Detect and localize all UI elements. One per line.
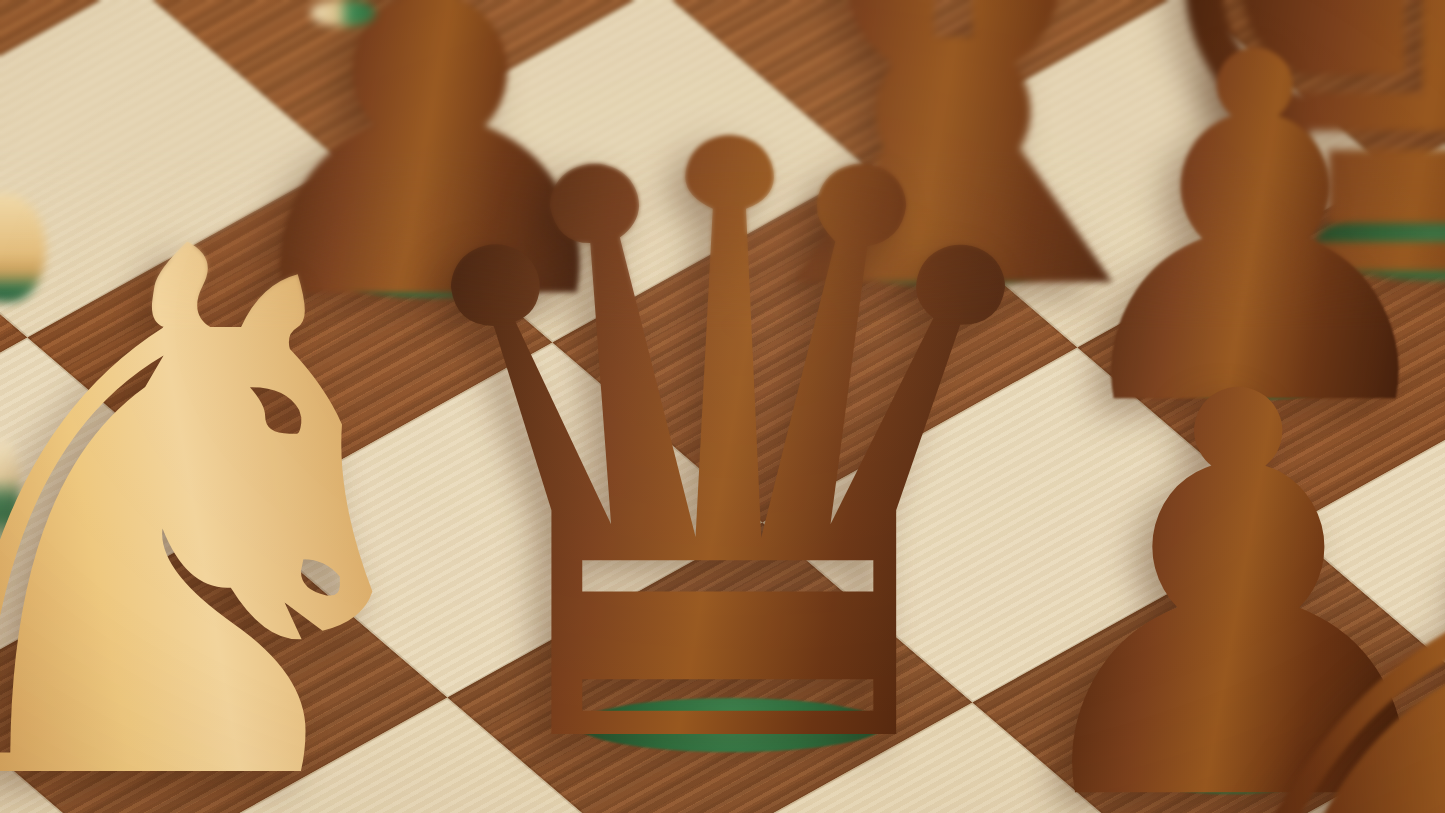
chess-set-photo-scene: ♚♝♟♟♛♞♟♞ — [0, 0, 1445, 813]
pieces-layer: ♚♝♟♟♛♞♟♞ — [0, 0, 1445, 813]
black-knight-glyph: ♞ — [1030, 376, 1445, 813]
white-knight[interactable]: ♞ — [0, 158, 527, 813]
black-knight-partial[interactable]: ♞ — [1028, 414, 1445, 813]
white-knight-glyph: ♞ — [0, 158, 489, 813]
